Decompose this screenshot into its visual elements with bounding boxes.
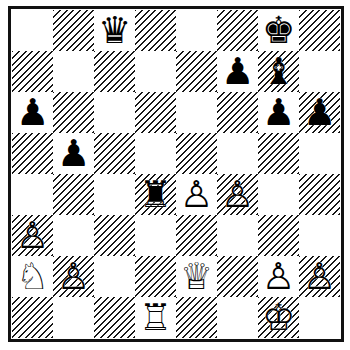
square-g2[interactable]: ♙ [258,256,299,297]
square-f8[interactable] [217,10,258,51]
piece-black-bishop-g7[interactable]: ♝ [262,51,295,92]
square-h3[interactable] [299,215,340,256]
square-e7[interactable] [176,51,217,92]
piece-white-king-g1[interactable]: ♔ [262,297,295,338]
square-e1[interactable] [176,297,217,338]
square-e6[interactable] [176,92,217,133]
square-g6[interactable]: ♟ [258,92,299,133]
square-g1[interactable]: ♔ [258,297,299,338]
piece-black-pawn-f7[interactable]: ♟ [221,51,254,92]
square-f1[interactable] [217,297,258,338]
square-e5[interactable] [176,133,217,174]
square-b3[interactable] [53,215,94,256]
square-d1[interactable]: ♖ [135,297,176,338]
square-g8[interactable]: ♚ [258,10,299,51]
piece-white-pawn-h2[interactable]: ♙ [303,256,336,297]
square-d6[interactable] [135,92,176,133]
square-c6[interactable] [94,92,135,133]
square-f7[interactable]: ♟ [217,51,258,92]
square-b5[interactable]: ♟ [53,133,94,174]
square-c5[interactable] [94,133,135,174]
piece-black-pawn-a6[interactable]: ♟ [16,92,49,133]
board-frame: ♛♚♟♝♟♟♟♟♜♙♙♙♘♙♕♙♙♖♔ [8,6,344,342]
square-g5[interactable] [258,133,299,174]
square-a7[interactable] [12,51,53,92]
piece-black-queen-c8[interactable]: ♛ [98,10,131,51]
chess-diagram: ♛♚♟♝♟♟♟♟♜♙♙♙♘♙♕♙♙♖♔ [0,0,350,350]
piece-white-pawn-g2[interactable]: ♙ [262,256,295,297]
square-c4[interactable] [94,174,135,215]
square-b1[interactable] [53,297,94,338]
square-a6[interactable]: ♟ [12,92,53,133]
square-b2[interactable]: ♙ [53,256,94,297]
square-c1[interactable] [94,297,135,338]
piece-black-king-g8[interactable]: ♚ [262,10,295,51]
square-h5[interactable] [299,133,340,174]
square-c7[interactable] [94,51,135,92]
square-a3[interactable]: ♙ [12,215,53,256]
square-b7[interactable] [53,51,94,92]
square-g7[interactable]: ♝ [258,51,299,92]
square-h4[interactable] [299,174,340,215]
square-a4[interactable] [12,174,53,215]
square-a2[interactable]: ♘ [12,256,53,297]
square-f3[interactable] [217,215,258,256]
square-d3[interactable] [135,215,176,256]
square-d7[interactable] [135,51,176,92]
piece-black-rook-d4[interactable]: ♜ [139,174,172,215]
piece-white-queen-e2[interactable]: ♕ [180,256,213,297]
square-c3[interactable] [94,215,135,256]
piece-white-pawn-f4[interactable]: ♙ [221,174,254,215]
square-f2[interactable] [217,256,258,297]
square-d2[interactable] [135,256,176,297]
square-a5[interactable] [12,133,53,174]
square-g3[interactable] [258,215,299,256]
square-b6[interactable] [53,92,94,133]
square-h1[interactable] [299,297,340,338]
square-h2[interactable]: ♙ [299,256,340,297]
square-d5[interactable] [135,133,176,174]
chessboard: ♛♚♟♝♟♟♟♟♜♙♙♙♘♙♕♙♙♖♔ [12,10,340,338]
square-e3[interactable] [176,215,217,256]
square-g4[interactable] [258,174,299,215]
square-h8[interactable] [299,10,340,51]
piece-white-pawn-e4[interactable]: ♙ [180,174,213,215]
square-d8[interactable] [135,10,176,51]
piece-white-pawn-b2[interactable]: ♙ [57,256,90,297]
piece-black-pawn-b5[interactable]: ♟ [57,133,90,174]
square-h6[interactable]: ♟ [299,92,340,133]
piece-white-pawn-a3[interactable]: ♙ [16,215,49,256]
square-d4[interactable]: ♜ [135,174,176,215]
piece-black-pawn-g6[interactable]: ♟ [262,92,295,133]
square-a8[interactable] [12,10,53,51]
piece-black-pawn-h6[interactable]: ♟ [303,92,336,133]
square-f5[interactable] [217,133,258,174]
square-e4[interactable]: ♙ [176,174,217,215]
square-f6[interactable] [217,92,258,133]
square-f4[interactable]: ♙ [217,174,258,215]
square-c2[interactable] [94,256,135,297]
piece-white-rook-d1[interactable]: ♖ [139,297,172,338]
square-b8[interactable] [53,10,94,51]
piece-white-knight-a2[interactable]: ♘ [16,256,49,297]
square-e2[interactable]: ♕ [176,256,217,297]
square-e8[interactable] [176,10,217,51]
square-a1[interactable] [12,297,53,338]
square-b4[interactable] [53,174,94,215]
square-h7[interactable] [299,51,340,92]
square-c8[interactable]: ♛ [94,10,135,51]
